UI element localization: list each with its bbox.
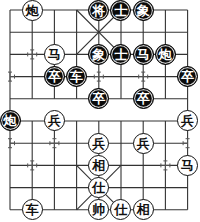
piece-black-chariot[interactable]: 车	[66, 66, 87, 87]
piece-red-horse[interactable]: 马	[44, 44, 65, 65]
piece-layer: 炮将士象马象士马炮卒车卒卒卒炮兵兵兵兵相马仕车帅仕相	[0, 0, 199, 221]
piece-black-soldier[interactable]: 卒	[133, 88, 154, 109]
piece-red-soldier[interactable]: 兵	[88, 133, 109, 154]
piece-red-soldier[interactable]: 兵	[133, 133, 154, 154]
piece-black-cannon[interactable]: 炮	[155, 44, 176, 65]
piece-red-soldier[interactable]: 兵	[177, 110, 198, 131]
piece-red-cannon[interactable]: 炮	[22, 0, 43, 21]
piece-black-advisor[interactable]: 士	[110, 0, 131, 21]
piece-black-elephant[interactable]: 象	[133, 0, 154, 21]
piece-red-chariot[interactable]: 车	[22, 199, 43, 220]
piece-black-elephant[interactable]: 象	[88, 44, 109, 65]
piece-black-soldier[interactable]: 卒	[177, 66, 198, 87]
piece-red-advisor[interactable]: 仕	[110, 199, 131, 220]
piece-black-advisor[interactable]: 士	[110, 44, 131, 65]
piece-black-soldier[interactable]: 卒	[88, 88, 109, 109]
piece-black-horse[interactable]: 马	[133, 44, 154, 65]
piece-red-elephant[interactable]: 相	[88, 155, 109, 176]
piece-red-horse[interactable]: 马	[177, 155, 198, 176]
piece-black-general[interactable]: 将	[88, 0, 109, 21]
piece-red-advisor[interactable]: 仕	[88, 177, 109, 198]
xiangqi-board[interactable]: 炮将士象马象士马炮卒车卒卒卒炮兵兵兵兵相马仕车帅仕相	[0, 0, 200, 222]
piece-red-general[interactable]: 帅	[88, 199, 109, 220]
piece-red-elephant[interactable]: 相	[133, 199, 154, 220]
piece-black-cannon[interactable]: 炮	[0, 110, 21, 131]
piece-red-soldier[interactable]: 兵	[44, 110, 65, 131]
piece-black-soldier[interactable]: 卒	[44, 66, 65, 87]
